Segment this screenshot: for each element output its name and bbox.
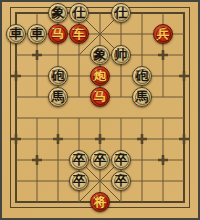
piece-black-advisor[interactable]: 仕 bbox=[111, 3, 131, 23]
piece-black-soldier[interactable]: 卒 bbox=[90, 150, 110, 170]
piece-red-chariot[interactable]: 车 bbox=[69, 24, 89, 44]
piece-red-horse[interactable]: 马 bbox=[48, 24, 68, 44]
piece-black-soldier[interactable]: 卒 bbox=[111, 171, 131, 191]
piece-red-horse[interactable]: 马 bbox=[90, 87, 110, 107]
piece-red-soldier[interactable]: 兵 bbox=[153, 24, 173, 44]
piece-black-king[interactable]: 帅 bbox=[111, 45, 131, 65]
piece-black-chariot[interactable]: 車 bbox=[6, 24, 26, 44]
piece-red-king[interactable]: 将 bbox=[90, 192, 110, 212]
piece-black-cannon[interactable]: 砲 bbox=[132, 66, 152, 86]
piece-black-horse[interactable]: 馬 bbox=[132, 87, 152, 107]
piece-black-advisor[interactable]: 仕 bbox=[69, 3, 89, 23]
piece-black-soldier[interactable]: 卒 bbox=[69, 150, 89, 170]
pieces-layer: 象仕仕車車马车兵象帅砲炮砲馬马馬卒卒卒卒卒将 bbox=[0, 0, 200, 220]
piece-black-elephant[interactable]: 象 bbox=[48, 3, 68, 23]
piece-black-soldier[interactable]: 卒 bbox=[69, 171, 89, 191]
piece-black-elephant[interactable]: 象 bbox=[90, 45, 110, 65]
xiangqi-app-window: 象仕仕車車马车兵象帅砲炮砲馬马馬卒卒卒卒卒将 bbox=[0, 0, 200, 220]
piece-black-horse[interactable]: 馬 bbox=[48, 87, 68, 107]
piece-black-cannon[interactable]: 砲 bbox=[48, 66, 68, 86]
piece-black-chariot[interactable]: 車 bbox=[27, 24, 47, 44]
piece-red-cannon[interactable]: 炮 bbox=[90, 66, 110, 86]
piece-black-soldier[interactable]: 卒 bbox=[111, 150, 131, 170]
